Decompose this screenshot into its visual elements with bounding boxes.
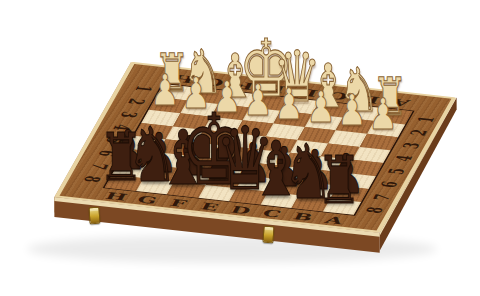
piece-white-pawn: ♟: [306, 86, 335, 129]
piece-white-pawn: ♟: [150, 69, 179, 112]
rank-label-right-3: 3: [400, 142, 423, 150]
rank-label-right-8: 8: [363, 206, 386, 214]
rank-label-right-7: 7: [370, 193, 393, 201]
rank-label-right-5: 5: [385, 167, 408, 175]
piece-white-pawn: ♟: [275, 83, 304, 126]
brass-clasp: [262, 226, 274, 244]
chess-set-photo: HHGGFFEEDDCCBBAA1122334455667788 ♜♞♝♛♚♝♞…: [0, 0, 480, 296]
piece-white-pawn: ♟: [337, 89, 366, 132]
brass-clasp: [88, 207, 100, 225]
rank-label-right-1: 1: [414, 116, 437, 124]
rank-label-right-4: 4: [392, 154, 415, 162]
rank-label-left-2: 2: [124, 98, 147, 106]
rank-label-right-6: 6: [378, 180, 401, 188]
rank-label-right-2: 2: [407, 129, 430, 137]
piece-white-pawn: ♟: [368, 93, 397, 136]
piece-black-rook: ♜: [316, 147, 361, 213]
